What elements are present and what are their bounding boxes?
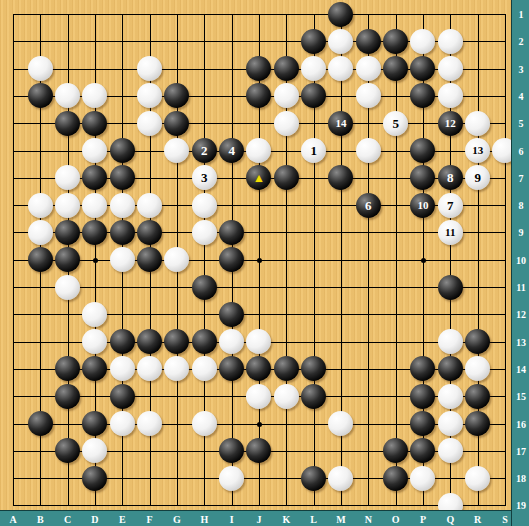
stone-white-J13[interactable]: [246, 329, 271, 354]
stone-black-C9[interactable]: [55, 220, 80, 245]
row-label-16: 16: [516, 418, 526, 429]
star-point: [257, 422, 262, 427]
stone-black-N2[interactable]: [356, 29, 381, 54]
stone-white-R18[interactable]: [465, 466, 490, 491]
row-label-13: 13: [516, 336, 526, 347]
stone-black-D7[interactable]: [82, 165, 107, 190]
column-label-L: L: [310, 514, 317, 525]
stone-black-R16[interactable]: [465, 411, 490, 436]
move-number-1: 1: [301, 138, 326, 163]
move-number-9: 9: [465, 165, 490, 190]
stone-black-P4[interactable]: [410, 83, 435, 108]
stone-black-E7[interactable]: [110, 165, 135, 190]
stone-white-E10[interactable]: [110, 247, 135, 272]
stone-black-C14[interactable]: [55, 356, 80, 381]
stone-black-M1[interactable]: [328, 2, 353, 27]
stone-black-D14[interactable]: [82, 356, 107, 381]
stone-black-F10[interactable]: [137, 247, 162, 272]
stone-black-I14[interactable]: [219, 356, 244, 381]
stone-white-L3[interactable]: [301, 56, 326, 81]
move-number-2: 2: [192, 138, 217, 163]
stone-white-N6[interactable]: [356, 138, 381, 163]
go-diagram: 1234567891011121314▲ 1234567891011121314…: [0, 0, 529, 526]
stone-black-L4[interactable]: [301, 83, 326, 108]
stone-black-O17[interactable]: [383, 438, 408, 463]
stone-black-H11[interactable]: [192, 275, 217, 300]
stone-black-P3[interactable]: [410, 56, 435, 81]
row-label-18: 18: [516, 473, 526, 484]
stone-black-Q11[interactable]: [438, 275, 463, 300]
stone-white-Q4[interactable]: [438, 83, 463, 108]
stone-black-P17[interactable]: [410, 438, 435, 463]
stone-white-C4[interactable]: [55, 83, 80, 108]
stone-black-L15[interactable]: [301, 384, 326, 409]
stone-white-F8[interactable]: [137, 193, 162, 218]
move-number-7: 7: [438, 193, 463, 218]
move-number-3: 3: [192, 165, 217, 190]
stone-white-M16[interactable]: [328, 411, 353, 436]
row-label-7: 7: [519, 172, 524, 183]
column-label-E: E: [119, 514, 126, 525]
stone-black-J17[interactable]: [246, 438, 271, 463]
stone-black-L2[interactable]: [301, 29, 326, 54]
row-label-14: 14: [516, 363, 526, 374]
stone-black-O18[interactable]: [383, 466, 408, 491]
stone-black-H13[interactable]: [192, 329, 217, 354]
stone-black-G5[interactable]: [164, 111, 189, 136]
stone-black-Q14[interactable]: [438, 356, 463, 381]
row-label-15: 15: [516, 391, 526, 402]
stone-white-M3[interactable]: [328, 56, 353, 81]
stone-white-I18[interactable]: [219, 466, 244, 491]
row-label-6: 6: [519, 145, 524, 156]
row-label-19: 19: [516, 500, 526, 511]
stone-black-C17[interactable]: [55, 438, 80, 463]
stone-white-N3[interactable]: [356, 56, 381, 81]
stone-white-F14[interactable]: [137, 356, 162, 381]
stone-white-H16[interactable]: [192, 411, 217, 436]
column-label-B: B: [37, 514, 44, 525]
stone-black-C10[interactable]: [55, 247, 80, 272]
column-label-Q: Q: [446, 514, 454, 525]
column-label-N: N: [365, 514, 372, 525]
stone-white-J6[interactable]: [246, 138, 271, 163]
stone-white-B3[interactable]: [28, 56, 53, 81]
stone-white-E14[interactable]: [110, 356, 135, 381]
row-label-2: 2: [519, 36, 524, 47]
stone-black-I17[interactable]: [219, 438, 244, 463]
row-label-4: 4: [519, 90, 524, 101]
stone-black-C15[interactable]: [55, 384, 80, 409]
stone-white-D6[interactable]: [82, 138, 107, 163]
column-label-K: K: [282, 514, 290, 525]
grid-line-vertical: [505, 14, 506, 506]
stone-black-J14[interactable]: [246, 356, 271, 381]
stone-black-P14[interactable]: [410, 356, 435, 381]
stone-white-F3[interactable]: [137, 56, 162, 81]
move-number-4: 4: [219, 138, 244, 163]
grid-line-vertical: [396, 14, 397, 506]
row-label-strip: 12345678910111213141516171819: [511, 0, 529, 526]
stone-white-C11[interactable]: [55, 275, 80, 300]
stone-white-P18[interactable]: [410, 466, 435, 491]
stone-white-M18[interactable]: [328, 466, 353, 491]
stone-white-G14[interactable]: [164, 356, 189, 381]
stone-black-E15[interactable]: [110, 384, 135, 409]
column-label-R: R: [474, 514, 481, 525]
stone-white-D13[interactable]: [82, 329, 107, 354]
column-label-F: F: [147, 514, 153, 525]
stone-white-G10[interactable]: [164, 247, 189, 272]
stone-black-L14[interactable]: [301, 356, 326, 381]
row-label-12: 12: [516, 309, 526, 320]
row-label-1: 1: [519, 9, 524, 20]
stone-white-Q16[interactable]: [438, 411, 463, 436]
stone-white-K15[interactable]: [274, 384, 299, 409]
star-point: [93, 258, 98, 263]
move-number-11: 11: [438, 220, 463, 245]
stone-black-D18[interactable]: [82, 466, 107, 491]
stone-white-D12[interactable]: [82, 302, 107, 327]
stone-black-O3[interactable]: [383, 56, 408, 81]
move-number-5: 5: [383, 111, 408, 136]
move-number-8: 8: [438, 165, 463, 190]
stone-white-H8[interactable]: [192, 193, 217, 218]
column-label-P: P: [420, 514, 426, 525]
grid-line-horizontal: [13, 287, 506, 288]
stone-black-L18[interactable]: [301, 466, 326, 491]
stone-white-N4[interactable]: [356, 83, 381, 108]
stone-white-Q15[interactable]: [438, 384, 463, 409]
stone-white-K5[interactable]: [274, 111, 299, 136]
stone-white-I13[interactable]: [219, 329, 244, 354]
star-point: [421, 258, 426, 263]
stone-white-C8[interactable]: [55, 193, 80, 218]
stone-white-Q3[interactable]: [438, 56, 463, 81]
stone-black-J4[interactable]: [246, 83, 271, 108]
stone-white-D4[interactable]: [82, 83, 107, 108]
stone-white-F16[interactable]: [137, 411, 162, 436]
stone-white-F4[interactable]: [137, 83, 162, 108]
stone-black-P15[interactable]: [410, 384, 435, 409]
triangle-marker: ▲: [246, 165, 271, 190]
stone-white-J15[interactable]: [246, 384, 271, 409]
stone-black-P16[interactable]: [410, 411, 435, 436]
column-label-C: C: [64, 514, 71, 525]
stone-white-B9[interactable]: [28, 220, 53, 245]
star-point: [257, 258, 262, 263]
stone-black-K14[interactable]: [274, 356, 299, 381]
stone-white-R5[interactable]: [465, 111, 490, 136]
stone-black-E6[interactable]: [110, 138, 135, 163]
stone-black-G13[interactable]: [164, 329, 189, 354]
stone-black-D9[interactable]: [82, 220, 107, 245]
move-number-10: 10: [410, 193, 435, 218]
row-label-17: 17: [516, 445, 526, 456]
move-number-6: 6: [356, 193, 381, 218]
stone-black-B16[interactable]: [28, 411, 53, 436]
move-number-14: 14: [328, 111, 353, 136]
stone-black-I9[interactable]: [219, 220, 244, 245]
stone-white-Q17[interactable]: [438, 438, 463, 463]
stone-black-I12[interactable]: [219, 302, 244, 327]
row-label-10: 10: [516, 254, 526, 265]
stone-black-R15[interactable]: [465, 384, 490, 409]
column-label-J: J: [256, 514, 261, 525]
stone-white-B8[interactable]: [28, 193, 53, 218]
stone-black-I10[interactable]: [219, 247, 244, 272]
stone-black-P7[interactable]: [410, 165, 435, 190]
stone-black-B4[interactable]: [28, 83, 53, 108]
stone-black-D5[interactable]: [82, 111, 107, 136]
stone-black-E9[interactable]: [110, 220, 135, 245]
stone-white-G6[interactable]: [164, 138, 189, 163]
stone-white-P2[interactable]: [410, 29, 435, 54]
stone-white-D17[interactable]: [82, 438, 107, 463]
grid-line-horizontal: [13, 505, 506, 506]
row-label-3: 3: [519, 63, 524, 74]
column-label-O: O: [392, 514, 400, 525]
stone-black-F9[interactable]: [137, 220, 162, 245]
stone-black-J3[interactable]: [246, 56, 271, 81]
stone-black-E13[interactable]: [110, 329, 135, 354]
stone-white-K4[interactable]: [274, 83, 299, 108]
column-label-G: G: [173, 514, 181, 525]
move-number-13: 13: [465, 138, 490, 163]
stone-white-H9[interactable]: [192, 220, 217, 245]
stone-black-O2[interactable]: [383, 29, 408, 54]
stone-white-C7[interactable]: [55, 165, 80, 190]
stone-white-R14[interactable]: [465, 356, 490, 381]
stone-black-K7[interactable]: [274, 165, 299, 190]
column-label-I: I: [230, 514, 234, 525]
stone-black-G4[interactable]: [164, 83, 189, 108]
row-label-11: 11: [516, 282, 525, 293]
stone-white-H14[interactable]: [192, 356, 217, 381]
stone-white-D8[interactable]: [82, 193, 107, 218]
row-label-8: 8: [519, 200, 524, 211]
stone-black-D16[interactable]: [82, 411, 107, 436]
column-label-strip: ABCDEFGHIJKLMNOPQRS: [0, 510, 511, 526]
stone-black-M7[interactable]: [328, 165, 353, 190]
stone-black-P6[interactable]: [410, 138, 435, 163]
stone-white-E16[interactable]: [110, 411, 135, 436]
stone-black-C5[interactable]: [55, 111, 80, 136]
go-board: 1234567891011121314▲: [0, 0, 511, 510]
column-label-M: M: [336, 514, 345, 525]
column-label-A: A: [9, 514, 16, 525]
row-label-9: 9: [519, 227, 524, 238]
stone-black-B10[interactable]: [28, 247, 53, 272]
stone-black-R13[interactable]: [465, 329, 490, 354]
column-label-S: S: [502, 514, 508, 525]
stone-white-E8[interactable]: [110, 193, 135, 218]
stone-white-Q13[interactable]: [438, 329, 463, 354]
stone-white-F5[interactable]: [137, 111, 162, 136]
stone-white-Q2[interactable]: [438, 29, 463, 54]
stone-black-K3[interactable]: [274, 56, 299, 81]
stone-black-F13[interactable]: [137, 329, 162, 354]
column-label-D: D: [91, 514, 98, 525]
stone-white-M2[interactable]: [328, 29, 353, 54]
move-number-12: 12: [438, 111, 463, 136]
column-label-H: H: [200, 514, 208, 525]
row-label-5: 5: [519, 118, 524, 129]
